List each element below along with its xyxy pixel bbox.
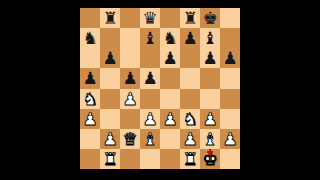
square-b4[interactable] bbox=[100, 89, 120, 109]
white-pawn-a3: ♟ bbox=[82, 109, 97, 129]
square-d8[interactable]: ♛ bbox=[140, 8, 160, 28]
white-rook-b1: ♜ bbox=[102, 149, 117, 169]
square-a3[interactable]: ♟ bbox=[80, 109, 100, 129]
square-h7[interactable] bbox=[220, 28, 240, 48]
square-g1[interactable]: ♚ bbox=[200, 149, 220, 169]
square-a6[interactable] bbox=[80, 48, 100, 68]
black-bishop-g7: ♝ bbox=[202, 28, 217, 48]
white-pawn-e3: ♟ bbox=[162, 109, 177, 129]
square-d3[interactable]: ♟ bbox=[140, 109, 160, 129]
black-pawn-c5: ♟ bbox=[122, 68, 137, 88]
square-c4[interactable]: ♟ bbox=[120, 89, 140, 109]
square-c6[interactable] bbox=[120, 48, 140, 68]
square-a8[interactable] bbox=[80, 8, 100, 28]
black-pawn-e6: ♟ bbox=[162, 48, 177, 68]
black-pawn-d5: ♟ bbox=[142, 68, 157, 88]
square-f7[interactable]: ♟ bbox=[180, 28, 200, 48]
white-queen-c2: ♛ bbox=[122, 129, 137, 149]
square-c2[interactable]: ♛ bbox=[120, 129, 140, 149]
square-g2[interactable]: ♝ bbox=[200, 129, 220, 149]
square-a4[interactable]: ♞ bbox=[80, 89, 100, 109]
square-h2[interactable]: ♟ bbox=[220, 129, 240, 149]
video-frame: ♜♛♜♚♞♝♞♟♝♟♟♟♟♟♟♟♞♟♟♟♟♞♟♟♛♝♟♝♟♜♜♚ bbox=[0, 0, 320, 180]
black-rook-f8: ♜ bbox=[182, 8, 197, 28]
square-h8[interactable] bbox=[220, 8, 240, 28]
square-d4[interactable] bbox=[140, 89, 160, 109]
square-f1[interactable]: ♜ bbox=[180, 149, 200, 169]
black-knight-a7: ♞ bbox=[82, 28, 97, 48]
square-c7[interactable] bbox=[120, 28, 140, 48]
black-pawn-h6: ♟ bbox=[222, 48, 237, 68]
black-pawn-a5: ♟ bbox=[82, 68, 97, 88]
square-c3[interactable] bbox=[120, 109, 140, 129]
square-a1[interactable] bbox=[80, 149, 100, 169]
white-pawn-d3: ♟ bbox=[142, 109, 157, 129]
square-f3[interactable]: ♞ bbox=[180, 109, 200, 129]
square-b8[interactable]: ♜ bbox=[100, 8, 120, 28]
square-h1[interactable] bbox=[220, 149, 240, 169]
square-b5[interactable] bbox=[100, 68, 120, 88]
square-b6[interactable]: ♟ bbox=[100, 48, 120, 68]
square-h5[interactable] bbox=[220, 68, 240, 88]
square-a2[interactable] bbox=[80, 129, 100, 149]
black-king-g8: ♚ bbox=[202, 8, 217, 28]
square-g3[interactable]: ♟ bbox=[200, 109, 220, 129]
white-king-cross-icon bbox=[209, 149, 211, 155]
square-c8[interactable] bbox=[120, 8, 140, 28]
chess-board[interactable]: ♜♛♜♚♞♝♞♟♝♟♟♟♟♟♟♟♞♟♟♟♟♞♟♟♛♝♟♝♟♜♜♚ bbox=[80, 8, 240, 169]
white-bishop-g2: ♝ bbox=[202, 129, 217, 149]
black-rook-b8: ♜ bbox=[102, 8, 117, 28]
square-b3[interactable] bbox=[100, 109, 120, 129]
square-f8[interactable]: ♜ bbox=[180, 8, 200, 28]
square-h6[interactable]: ♟ bbox=[220, 48, 240, 68]
square-d5[interactable]: ♟ bbox=[140, 68, 160, 88]
black-bishop-d7: ♝ bbox=[142, 28, 157, 48]
square-g5[interactable] bbox=[200, 68, 220, 88]
square-e7[interactable]: ♞ bbox=[160, 28, 180, 48]
white-pawn-c4: ♟ bbox=[122, 89, 137, 109]
square-g4[interactable] bbox=[200, 89, 220, 109]
black-pawn-g6: ♟ bbox=[202, 48, 217, 68]
square-d6[interactable] bbox=[140, 48, 160, 68]
square-c1[interactable] bbox=[120, 149, 140, 169]
white-pawn-h2: ♟ bbox=[222, 129, 237, 149]
square-e2[interactable] bbox=[160, 129, 180, 149]
square-f6[interactable] bbox=[180, 48, 200, 68]
square-g7[interactable]: ♝ bbox=[200, 28, 220, 48]
square-b1[interactable]: ♜ bbox=[100, 149, 120, 169]
black-queen-d8: ♛ bbox=[142, 8, 157, 28]
square-f4[interactable] bbox=[180, 89, 200, 109]
square-b2[interactable]: ♟ bbox=[100, 129, 120, 149]
square-f5[interactable] bbox=[180, 68, 200, 88]
black-pawn-f7: ♟ bbox=[182, 28, 197, 48]
square-e4[interactable] bbox=[160, 89, 180, 109]
square-b7[interactable] bbox=[100, 28, 120, 48]
white-rook-f1: ♜ bbox=[182, 149, 197, 169]
white-knight-a4: ♞ bbox=[82, 89, 97, 109]
letterbox-right-bar bbox=[240, 0, 320, 180]
square-c5[interactable]: ♟ bbox=[120, 68, 140, 88]
square-g6[interactable]: ♟ bbox=[200, 48, 220, 68]
white-pawn-b2: ♟ bbox=[102, 129, 117, 149]
white-bishop-d2: ♝ bbox=[142, 129, 157, 149]
square-d7[interactable]: ♝ bbox=[140, 28, 160, 48]
letterbox-left-bar bbox=[0, 0, 80, 180]
white-pawn-g3: ♟ bbox=[202, 109, 217, 129]
black-pawn-b6: ♟ bbox=[102, 48, 117, 68]
black-knight-e7: ♞ bbox=[162, 28, 177, 48]
square-e3[interactable]: ♟ bbox=[160, 109, 180, 129]
square-e1[interactable] bbox=[160, 149, 180, 169]
square-e6[interactable]: ♟ bbox=[160, 48, 180, 68]
square-g8[interactable]: ♚ bbox=[200, 8, 220, 28]
square-d2[interactable]: ♝ bbox=[140, 129, 160, 149]
square-e8[interactable] bbox=[160, 8, 180, 28]
square-h3[interactable] bbox=[220, 109, 240, 129]
square-a5[interactable]: ♟ bbox=[80, 68, 100, 88]
square-a7[interactable]: ♞ bbox=[80, 28, 100, 48]
square-d1[interactable] bbox=[140, 149, 160, 169]
square-f2[interactable]: ♟ bbox=[180, 129, 200, 149]
white-pawn-f2: ♟ bbox=[182, 129, 197, 149]
white-knight-f3: ♞ bbox=[182, 109, 197, 129]
square-e5[interactable] bbox=[160, 68, 180, 88]
square-h4[interactable] bbox=[220, 89, 240, 109]
